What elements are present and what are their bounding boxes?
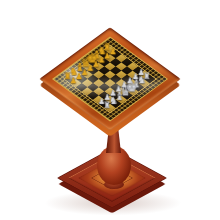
- square-c3[interactable]: [87, 75, 98, 83]
- square-b3[interactable]: [82, 79, 93, 87]
- chess-table-photo: ♜♟♟♜♞♟♟♞♝♟♟♝♚♟♟♚♛♟♟♛♝♟♟♝♞♟♟♞♜♟♟♜: [0, 0, 220, 220]
- piece-silver-rook[interactable]: ♜: [103, 101, 111, 110]
- square-a4[interactable]: [82, 87, 93, 95]
- piece-gold-pawn[interactable]: ♟: [69, 77, 77, 85]
- chess-board: ♜♟♟♜♞♟♟♞♝♟♟♝♚♟♟♚♛♟♟♛♝♟♟♝♞♟♟♞♜♟♟♜: [63, 45, 156, 113]
